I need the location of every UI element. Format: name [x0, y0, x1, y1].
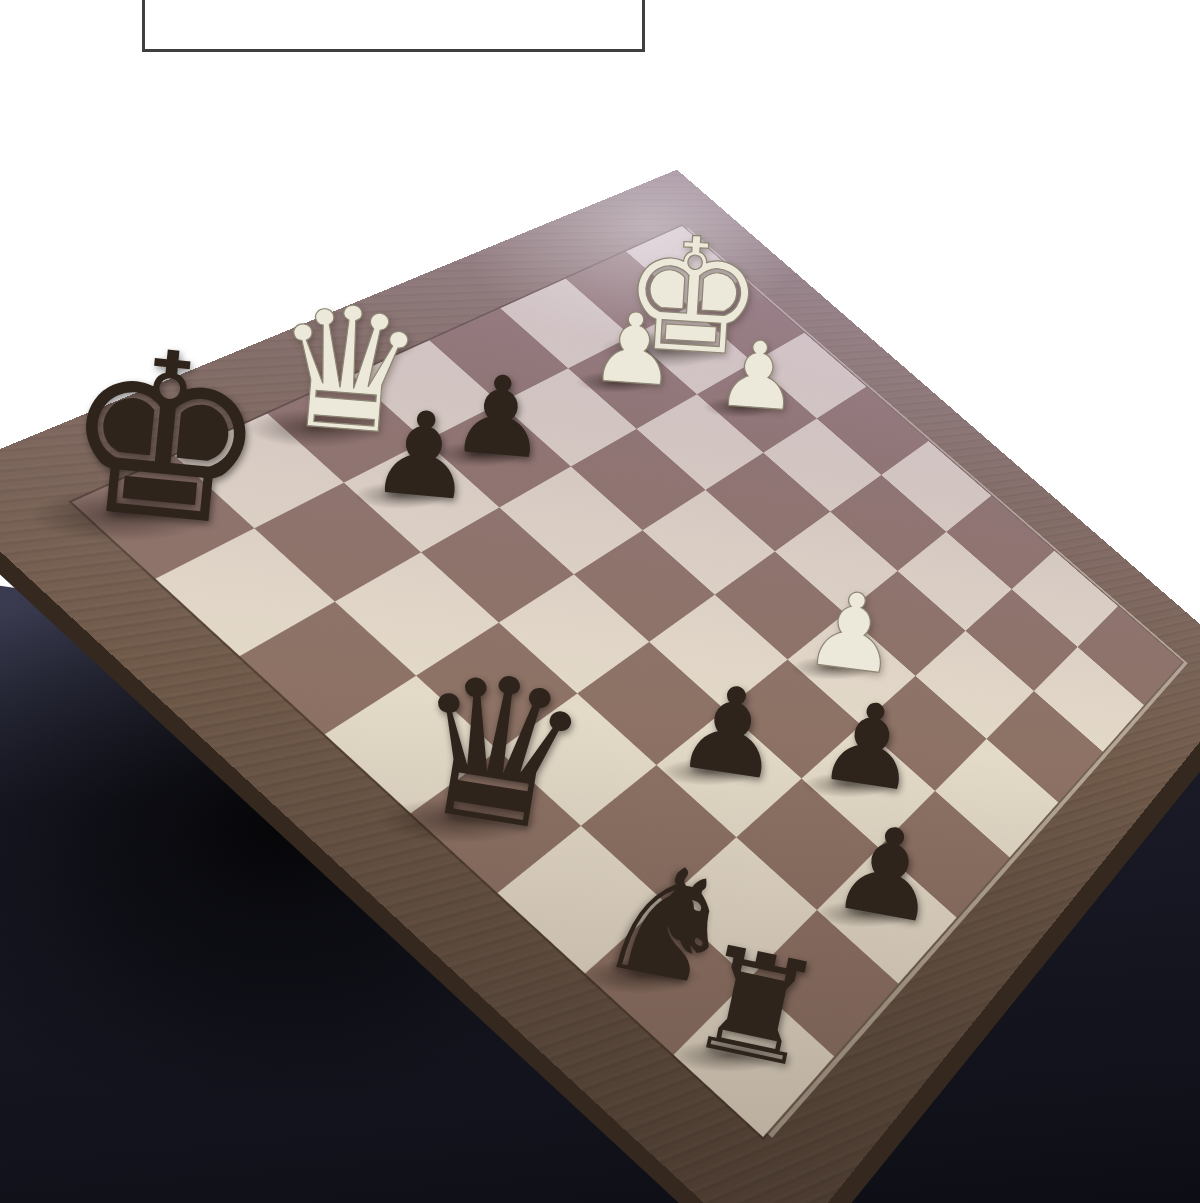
- speech-bubble: [142, 0, 645, 52]
- comic-panel: ♚♛♜♞♟♟♟♟♟♛♚♟♟♟: [0, 0, 1200, 1203]
- piece-b5-black-pawn: ♟: [811, 683, 928, 810]
- piece-d8-black-queen: ♛: [394, 639, 602, 864]
- piece-g6-black-pawn: ♟: [366, 393, 481, 519]
- piece-h8-black-king: ♚: [52, 314, 278, 561]
- piece-c4-white-pawn: ♟: [799, 574, 906, 690]
- piece-g3-white-pawn: ♟: [587, 297, 681, 400]
- piece-a6-black-pawn: ♟: [824, 804, 952, 942]
- piece-layer: ♚♛♜♞♟♟♟♟♟♛♚♟♟♟: [0, 0, 1200, 1203]
- piece-f2-white-pawn: ♟: [713, 326, 802, 424]
- piece-c6-black-pawn: ♟: [669, 664, 793, 798]
